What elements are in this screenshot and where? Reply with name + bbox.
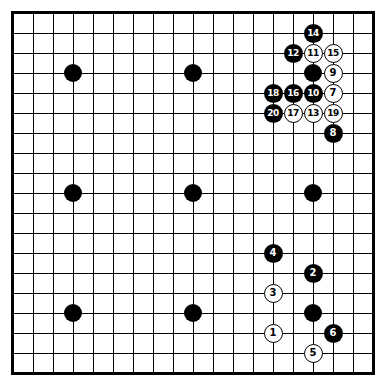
stone-white-move-7-r15[interactable]: 7 — [324, 84, 343, 103]
stone-number: 2 — [310, 268, 317, 278]
stone-white-move-17-p14[interactable]: 17 — [284, 104, 303, 123]
stone-black-move-16-p15[interactable]: 16 — [284, 84, 303, 103]
stone-number: 20 — [267, 109, 278, 118]
stone-black-hoshi-d10[interactable] — [64, 184, 82, 202]
stone-white-move-3-o5[interactable]: 3 — [264, 284, 283, 303]
stone-white-move-9-r16[interactable]: 9 — [324, 64, 343, 83]
stone-black-move-8-r13[interactable]: 8 — [324, 124, 343, 143]
stone-black-hoshi-q10[interactable] — [304, 184, 322, 202]
stone-number: 1 — [270, 328, 277, 338]
stone-black-move-6-r3[interactable]: 6 — [324, 324, 343, 343]
stone-number: 6 — [330, 328, 337, 338]
stone-white-move-19-r14[interactable]: 19 — [324, 104, 343, 123]
stone-number: 12 — [287, 49, 298, 58]
stone-black-hoshi-k10[interactable] — [184, 184, 202, 202]
stone-number: 15 — [327, 49, 338, 58]
stone-black-move-20-o14[interactable]: 20 — [264, 104, 283, 123]
stone-black-hoshi-q16[interactable] — [304, 64, 322, 82]
stone-black-move-2-q6[interactable]: 2 — [304, 264, 323, 283]
stone-number: 3 — [270, 288, 277, 298]
stones-layer: 1234567891011121314151617181920 — [3, 3, 383, 383]
stone-black-move-18-o15[interactable]: 18 — [264, 84, 283, 103]
stone-number: 17 — [287, 109, 298, 118]
stone-white-move-5-q2[interactable]: 5 — [304, 344, 323, 363]
stone-number: 14 — [307, 29, 318, 38]
stone-number: 16 — [287, 89, 298, 98]
stone-black-move-4-o7[interactable]: 4 — [264, 244, 283, 263]
stone-number: 19 — [327, 109, 338, 118]
stone-black-hoshi-d16[interactable] — [64, 64, 82, 82]
stone-number: 13 — [307, 109, 318, 118]
stone-white-move-11-q17[interactable]: 11 — [304, 44, 323, 63]
stone-black-hoshi-k4[interactable] — [184, 304, 202, 322]
stone-number: 7 — [330, 88, 337, 98]
stone-number: 11 — [307, 49, 318, 58]
stone-black-hoshi-q4[interactable] — [304, 304, 322, 322]
stone-number: 18 — [267, 89, 278, 98]
go-board[interactable]: 1234567891011121314151617181920 — [0, 0, 390, 390]
stone-number: 10 — [307, 89, 318, 98]
stone-number: 9 — [330, 68, 337, 78]
stone-black-hoshi-d4[interactable] — [64, 304, 82, 322]
stone-black-hoshi-k16[interactable] — [184, 64, 202, 82]
stone-number: 8 — [330, 128, 337, 138]
stone-black-move-10-q15[interactable]: 10 — [304, 84, 323, 103]
stone-white-move-15-r17[interactable]: 15 — [324, 44, 343, 63]
stone-white-move-13-q14[interactable]: 13 — [304, 104, 323, 123]
stone-number: 4 — [270, 248, 277, 258]
stone-black-move-12-p17[interactable]: 12 — [284, 44, 303, 63]
stone-number: 5 — [310, 348, 317, 358]
stone-black-move-14-q18[interactable]: 14 — [304, 24, 323, 43]
stone-white-move-1-o3[interactable]: 1 — [264, 324, 283, 343]
